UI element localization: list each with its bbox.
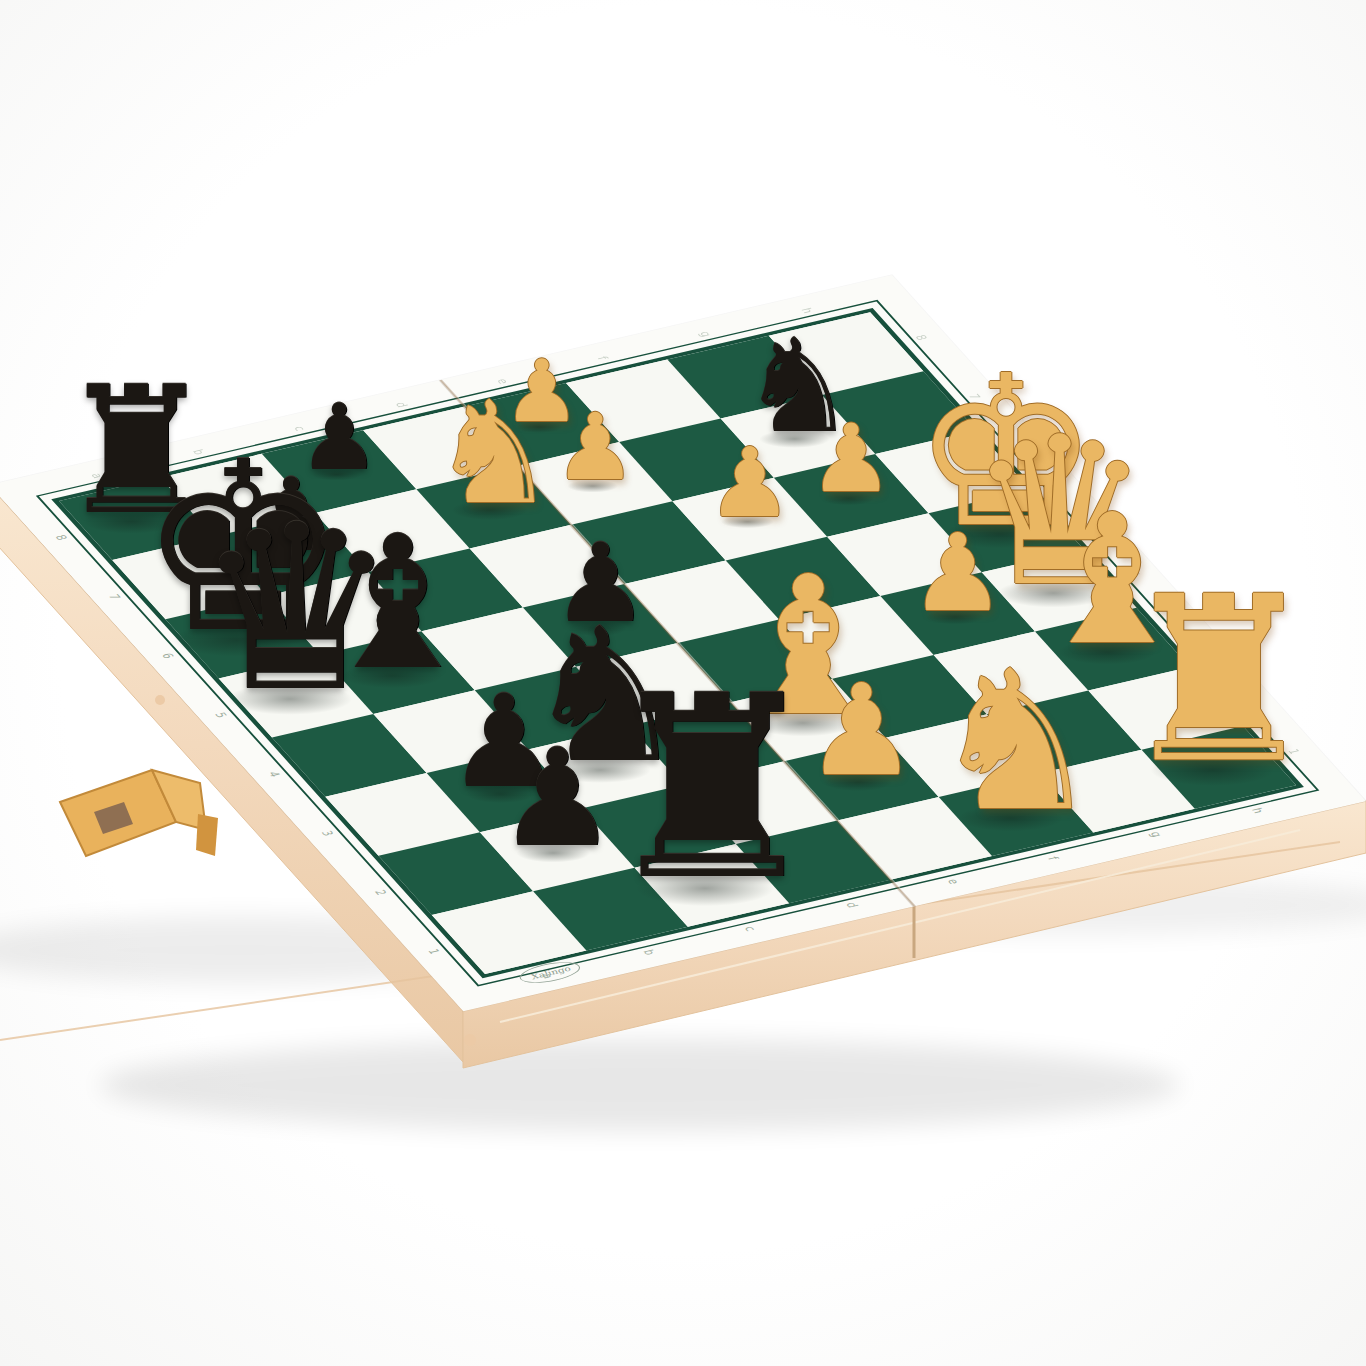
wood-knot2 [155,695,165,705]
coord-label-d: d [844,901,860,908]
coord-label-7: 7 [966,393,982,400]
coord-label-b: b [191,448,207,455]
coord-label-3: 3 [319,830,335,837]
coord-label-f: f [595,355,609,360]
coord-label-3: 3 [1179,630,1195,637]
wood-knot [464,1034,476,1046]
coord-label-6: 6 [1019,452,1035,459]
box-contact-shadow [100,1039,1180,1131]
scene: Xalingo aabbccddeeffgghh8877665544332211… [0,0,1366,1366]
coord-label-1: 1 [1286,748,1302,755]
coord-label-e: e [495,378,511,385]
coord-label-g: g [1148,831,1164,838]
coord-label-2: 2 [373,889,389,896]
coord-label-c: c [742,925,758,932]
latch-foot [196,814,218,856]
coord-label-4: 4 [1126,570,1142,577]
coord-label-d: d [393,401,409,408]
coord-label-7: 7 [106,593,122,600]
coord-label-5: 5 [213,711,229,718]
coord-label-h: h [799,307,815,314]
coord-label-c: c [292,425,308,432]
coord-label-b: b [641,949,657,956]
coord-label-4: 4 [266,771,282,778]
coord-label-g: g [698,330,714,337]
coord-label-8: 8 [913,334,929,341]
coord-label-2: 2 [1232,689,1248,696]
coord-label-5: 5 [1073,511,1089,518]
coord-label-e: e [945,878,961,885]
coord-label-a: a [89,472,105,479]
coord-label-8: 8 [53,534,69,541]
coord-label-1: 1 [426,948,442,955]
coord-label-h: h [1249,807,1265,814]
coord-label-f: f [1046,856,1060,861]
coord-label-6: 6 [160,652,176,659]
